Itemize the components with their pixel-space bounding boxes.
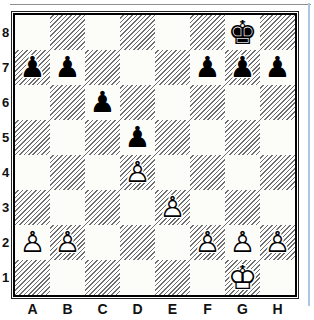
file-label-h: H	[260, 300, 295, 318]
rank-label-4: 4	[0, 155, 11, 190]
square-d7[interactable]	[120, 50, 155, 85]
square-g6[interactable]	[225, 85, 260, 120]
square-f4[interactable]	[190, 155, 225, 190]
square-g4[interactable]	[225, 155, 260, 190]
square-e4[interactable]	[155, 155, 190, 190]
black-pawn[interactable]: ♟♟	[260, 50, 295, 85]
rank-label-1: 1	[0, 260, 11, 295]
white-pawn[interactable]: ♟♙	[225, 225, 260, 260]
square-b5[interactable]	[50, 120, 85, 155]
square-f8[interactable]	[190, 15, 225, 50]
square-d5[interactable]: ♟♟	[120, 120, 155, 155]
square-c6[interactable]: ♟♟	[85, 85, 120, 120]
square-f3[interactable]	[190, 190, 225, 225]
page-top-border-line	[10, 4, 311, 5]
square-a6[interactable]	[15, 85, 50, 120]
square-a2[interactable]: ♟♙	[15, 225, 50, 260]
board-inner-border: ♚♚♟♟♟♟♟♟♟♟♟♟♟♟♟♟♟♙♟♙♟♙♟♙♟♙♟♙♟♙♚♔	[13, 13, 297, 297]
file-labels-row: ABCDEFGH	[15, 300, 295, 318]
white-pawn[interactable]: ♟♙	[120, 155, 155, 190]
square-h4[interactable]	[260, 155, 295, 190]
white-pawn[interactable]: ♟♙	[260, 225, 295, 260]
square-c1[interactable]	[85, 260, 120, 295]
white-pawn[interactable]: ♟♙	[155, 190, 190, 225]
square-h3[interactable]	[260, 190, 295, 225]
square-c8[interactable]	[85, 15, 120, 50]
piece-glyph: ♟	[125, 123, 151, 152]
square-b3[interactable]	[50, 190, 85, 225]
black-pawn[interactable]: ♟♟	[190, 50, 225, 85]
piece-glyph: ♙	[195, 228, 221, 257]
file-label-a: A	[15, 300, 50, 318]
rank-label-8: 8	[0, 15, 11, 50]
square-a5[interactable]	[15, 120, 50, 155]
piece-glyph: ♙	[20, 228, 46, 257]
file-label-e: E	[155, 300, 190, 318]
rank-label-5: 5	[0, 120, 11, 155]
square-g3[interactable]	[225, 190, 260, 225]
square-c4[interactable]	[85, 155, 120, 190]
piece-glyph: ♔	[228, 261, 258, 294]
square-g7[interactable]: ♟♟	[225, 50, 260, 85]
file-label-f: F	[190, 300, 225, 318]
piece-glyph: ♙	[230, 228, 256, 257]
square-d3[interactable]	[120, 190, 155, 225]
rank-labels-column: 87654321	[0, 15, 11, 295]
square-h5[interactable]	[260, 120, 295, 155]
square-b1[interactable]	[50, 260, 85, 295]
square-a4[interactable]	[15, 155, 50, 190]
square-h2[interactable]: ♟♙	[260, 225, 295, 260]
black-king[interactable]: ♚♚	[225, 15, 260, 50]
black-pawn[interactable]: ♟♟	[15, 50, 50, 85]
piece-glyph: ♟	[90, 88, 116, 117]
square-e5[interactable]	[155, 120, 190, 155]
file-label-d: D	[120, 300, 155, 318]
piece-glyph: ♙	[265, 228, 291, 257]
square-c3[interactable]	[85, 190, 120, 225]
white-king[interactable]: ♚♔	[225, 260, 260, 295]
square-e7[interactable]	[155, 50, 190, 85]
square-d1[interactable]	[120, 260, 155, 295]
square-h6[interactable]	[260, 85, 295, 120]
square-c2[interactable]	[85, 225, 120, 260]
rank-label-6: 6	[0, 85, 11, 120]
square-e1[interactable]	[155, 260, 190, 295]
square-d8[interactable]	[120, 15, 155, 50]
file-label-c: C	[85, 300, 120, 318]
square-a1[interactable]	[15, 260, 50, 295]
square-e8[interactable]	[155, 15, 190, 50]
white-pawn[interactable]: ♟♙	[50, 225, 85, 260]
square-g8[interactable]: ♚♚	[225, 15, 260, 50]
square-g2[interactable]: ♟♙	[225, 225, 260, 260]
square-a8[interactable]	[15, 15, 50, 50]
rank-label-7: 7	[0, 50, 11, 85]
square-g1[interactable]: ♚♔	[225, 260, 260, 295]
black-pawn[interactable]: ♟♟	[120, 120, 155, 155]
square-h1[interactable]	[260, 260, 295, 295]
board-frame: ♚♚♟♟♟♟♟♟♟♟♟♟♟♟♟♟♟♙♟♙♟♙♟♙♟♙♟♙♟♙♚♔	[11, 11, 299, 299]
square-f7[interactable]: ♟♟	[190, 50, 225, 85]
file-label-b: B	[50, 300, 85, 318]
square-h8[interactable]	[260, 15, 295, 50]
white-pawn[interactable]: ♟♙	[190, 225, 225, 260]
piece-glyph: ♟	[230, 53, 256, 82]
white-pawn[interactable]: ♟♙	[15, 225, 50, 260]
square-h7[interactable]: ♟♟	[260, 50, 295, 85]
square-e6[interactable]	[155, 85, 190, 120]
square-d6[interactable]	[120, 85, 155, 120]
square-b8[interactable]	[50, 15, 85, 50]
square-d2[interactable]	[120, 225, 155, 260]
piece-glyph: ♟	[265, 53, 291, 82]
square-c7[interactable]	[85, 50, 120, 85]
square-a3[interactable]	[15, 190, 50, 225]
square-g5[interactable]	[225, 120, 260, 155]
square-e3[interactable]: ♟♙	[155, 190, 190, 225]
piece-glyph: ♚	[228, 16, 258, 49]
rank-label-2: 2	[0, 225, 11, 260]
square-d4[interactable]: ♟♙	[120, 155, 155, 190]
square-b4[interactable]	[50, 155, 85, 190]
square-a7[interactable]: ♟♟	[15, 50, 50, 85]
square-f5[interactable]	[190, 120, 225, 155]
piece-glyph: ♙	[125, 158, 151, 187]
piece-glyph: ♟	[55, 53, 81, 82]
file-label-g: G	[225, 300, 260, 318]
page-right-border-line	[308, 3, 310, 306]
square-b7[interactable]: ♟♟	[50, 50, 85, 85]
square-f6[interactable]	[190, 85, 225, 120]
rank-label-3: 3	[0, 190, 11, 225]
square-b6[interactable]	[50, 85, 85, 120]
piece-glyph: ♟	[20, 53, 46, 82]
piece-glyph: ♟	[195, 53, 221, 82]
chess-board-grid: ♚♚♟♟♟♟♟♟♟♟♟♟♟♟♟♟♟♙♟♙♟♙♟♙♟♙♟♙♟♙♚♔	[15, 15, 295, 295]
black-pawn[interactable]: ♟♟	[85, 85, 120, 120]
square-f2[interactable]: ♟♙	[190, 225, 225, 260]
chess-diagram-page: 87654321 ♚♚♟♟♟♟♟♟♟♟♟♟♟♟♟♟♟♙♟♙♟♙♟♙♟♙♟♙♟♙♚…	[0, 0, 314, 320]
black-pawn[interactable]: ♟♟	[225, 50, 260, 85]
piece-glyph: ♙	[160, 193, 186, 222]
square-c5[interactable]	[85, 120, 120, 155]
square-b2[interactable]: ♟♙	[50, 225, 85, 260]
piece-glyph: ♙	[55, 228, 81, 257]
square-e2[interactable]	[155, 225, 190, 260]
square-f1[interactable]	[190, 260, 225, 295]
black-pawn[interactable]: ♟♟	[50, 50, 85, 85]
